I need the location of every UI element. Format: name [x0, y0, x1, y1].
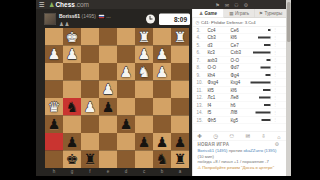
black-move[interactable]: Кf6	[231, 87, 237, 94]
square-e3[interactable]	[99, 63, 117, 81]
file-label-c: c	[135, 168, 153, 175]
square-d6[interactable]: ♟	[117, 116, 135, 134]
tab-label: Турниры	[264, 11, 282, 16]
screenshot-stage: ☰ ♟Chess.com ⚑✉⚇⚙ Boriss61 (1495)▪▪▪ ♟♟ …	[0, 0, 320, 180]
move-time-dots: ⋮⋮	[269, 57, 278, 64]
piece-wP-c2: ♟	[135, 46, 153, 64]
move-number: 11.	[197, 87, 203, 94]
player-name[interactable]: Boriss61 (1495)▪▪▪	[59, 14, 111, 20]
piece-bR-f8: ♜	[81, 151, 99, 169]
move-time-dots: ⋮⋮	[269, 64, 278, 71]
square-g2[interactable]: ♟	[63, 46, 81, 64]
square-h5[interactable]: ♛	[45, 98, 63, 116]
black-move[interactable]: Кxg4	[231, 79, 241, 86]
move-time-dots: ⋮⋮	[269, 27, 278, 34]
piece-bP-c7: ♟	[135, 133, 153, 151]
square-c5[interactable]	[135, 98, 153, 116]
white-move[interactable]: Лc1	[208, 94, 216, 101]
white-move[interactable]: Фh5	[208, 117, 216, 124]
tab-game[interactable]: ♟Game	[193, 9, 224, 18]
chat-toolbar: ✚◷⚇✉⇩⌂	[193, 132, 287, 141]
new-game-settings-icon[interactable]: ⚙	[275, 141, 279, 147]
white-move[interactable]: axb3	[208, 57, 218, 64]
square-f3[interactable]	[81, 63, 99, 81]
square-a4[interactable]	[171, 81, 189, 99]
flag-icon[interactable]: ⚑	[215, 2, 219, 8]
square-h3[interactable]	[45, 63, 63, 81]
square-d5[interactable]	[117, 98, 135, 116]
white-move[interactable]: O-O	[208, 64, 217, 71]
piece-bP-b7: ♟	[153, 133, 171, 151]
square-a8[interactable]: ♜	[171, 151, 189, 169]
white-move[interactable]: Фxg4	[208, 79, 219, 86]
board-icon: ▦	[229, 11, 233, 16]
move-number: 7.	[197, 57, 201, 64]
move-row-9[interactable]: 9.Кh4Фg4⋮⋮	[193, 72, 287, 80]
notice-text: Попробуйте режим "Доска в центре"	[202, 165, 274, 170]
square-g8[interactable]: ♚	[63, 151, 81, 169]
player-rating: (1495)	[82, 14, 96, 20]
piece-bK-g8: ♚	[63, 151, 81, 169]
players-icon[interactable]: ⚇	[229, 133, 234, 140]
move-row-10[interactable]: 10.Фxg4Кxg4⋮⋮	[193, 79, 287, 87]
home-icon[interactable]: ⌂	[277, 133, 280, 139]
square-e4[interactable]: ♟	[99, 81, 117, 99]
move-time-dots: ⋮⋮	[269, 79, 278, 86]
piece-wP-d3: ♟	[117, 63, 135, 81]
square-b6[interactable]	[153, 116, 171, 134]
file-label-f: f	[81, 168, 99, 175]
square-b8[interactable]: ♞	[153, 151, 171, 169]
move-number: 13.	[197, 102, 203, 109]
black-move[interactable]: Фg4	[231, 72, 239, 79]
file-label-e: e	[99, 168, 117, 175]
white-move[interactable]: Кc3	[208, 49, 215, 56]
piece-wP-h2: ♟	[45, 46, 63, 64]
piece-bN-g5: ♞	[63, 98, 81, 116]
logo-text: Chess	[55, 1, 75, 9]
square-g5[interactable]: ♞	[63, 98, 81, 116]
alerts-icon[interactable]: ⚇	[234, 2, 238, 8]
move-row-15[interactable]: 15.Фh5Кg5⋮⋮	[193, 117, 287, 125]
piece-bR-a8: ♜	[171, 151, 189, 169]
download-icon[interactable]: ⇩	[261, 133, 266, 140]
player-timer: 8:09	[159, 14, 190, 26]
square-e1[interactable]	[99, 28, 117, 46]
file-label-d: d	[117, 168, 135, 175]
rating-stakes: победа +8 / ничья +1 / поражение -7	[198, 159, 269, 164]
square-d2[interactable]	[117, 46, 135, 64]
clock-icon	[146, 15, 155, 24]
white-move[interactable]: f4	[208, 102, 212, 109]
black-move[interactable]: Сe7	[231, 42, 239, 49]
move-row-5[interactable]: 5.d3Сe7⋮⋮	[193, 42, 287, 50]
warning-icon: ⚠	[198, 165, 202, 170]
square-c1[interactable]: ♜	[135, 28, 153, 46]
tab-label: Играть	[235, 11, 249, 16]
piece-wR-c1: ♜	[135, 28, 153, 46]
tab-турниры[interactable]: ⚑Турниры	[255, 9, 286, 18]
move-row-3[interactable]: 3.Сc4Сe6⋮⋮	[193, 27, 287, 35]
square-f1[interactable]	[81, 28, 99, 46]
square-e2[interactable]	[99, 46, 117, 64]
tab-label: Game	[204, 11, 217, 16]
avatar[interactable]	[44, 13, 56, 25]
black-move[interactable]: Кf6	[231, 34, 237, 41]
square-c7[interactable]: ♟	[135, 133, 153, 151]
white-move[interactable]: Кh4	[208, 72, 216, 79]
captured-pieces-tray: ♟♟	[59, 21, 70, 28]
topbar-icon-group: ⚑✉⚇⚙	[215, 0, 248, 9]
square-g3[interactable]	[63, 63, 81, 81]
square-c6[interactable]	[135, 116, 153, 134]
opening-name: ◷C41: Philidor Defense: 3.Сc4	[193, 18, 287, 27]
piece-wP-b2: ♟	[153, 46, 171, 64]
black-move[interactable]: Лe8	[231, 94, 239, 101]
piece-bP-h6: ♟	[45, 116, 63, 134]
piece-bN-b8: ♞	[153, 151, 171, 169]
piece-bP-d6: ♟	[117, 116, 135, 134]
mail-icon[interactable]: ✉	[225, 2, 229, 8]
square-a3[interactable]	[171, 63, 189, 81]
square-f2[interactable]	[81, 46, 99, 64]
piece-wP-f5: ♟	[81, 98, 99, 116]
square-h7[interactable]	[45, 133, 63, 151]
square-g6[interactable]	[63, 116, 81, 134]
square-f7[interactable]	[81, 133, 99, 151]
move-time-dots: ⋮⋮	[269, 42, 278, 49]
square-f8[interactable]: ♜	[81, 151, 99, 169]
tournament-icon: ⚑	[259, 11, 263, 16]
square-e5[interactable]: ♟	[99, 98, 117, 116]
file-label-h: h	[45, 168, 63, 175]
piece-wP-e4: ♟	[99, 81, 117, 99]
square-c3[interactable]: ♞	[135, 63, 153, 81]
move-number: 9.	[197, 72, 201, 79]
board-area: Boriss61 (1495)▪▪▪ ♟♟ 8:09 ♚♜♜♟♟♟♟♟♞♟♟♛♞…	[36, 9, 192, 176]
settings-icon[interactable]: ⚙	[244, 2, 248, 8]
move-list: 3.Сc4Сe6⋮⋮4.Сb3Кf6⋮⋮5.d3Сe7⋮⋮6.Кc3Сxb3⋮⋮…	[193, 27, 287, 125]
square-a2[interactable]	[171, 46, 189, 64]
logo-suffix: .com	[75, 1, 89, 9]
logo-pawn-icon: ♟	[49, 1, 54, 8]
square-a6[interactable]	[171, 116, 189, 134]
square-h6[interactable]: ♟	[45, 116, 63, 134]
square-c8[interactable]	[135, 151, 153, 169]
square-b2[interactable]: ♟	[153, 46, 171, 64]
square-a1[interactable]: ♜	[171, 28, 189, 46]
move-time-dots: ⋮⋮	[269, 117, 278, 124]
square-d4[interactable]	[117, 81, 135, 99]
piece-wQ-h5: ♛	[45, 98, 63, 116]
square-g4[interactable]	[63, 81, 81, 99]
square-h2[interactable]: ♟	[45, 46, 63, 64]
black-move[interactable]: Сxb3	[231, 49, 242, 56]
connection-icon: ▪▪▪	[106, 15, 111, 18]
move-row-13[interactable]: 13.f4h6⋮⋮	[193, 102, 287, 110]
move-number: 14.	[197, 109, 203, 116]
tab-играть[interactable]: ▦Играть	[224, 9, 255, 18]
panel-tabs: ♟Game▦Играть⚑Турниры	[193, 9, 287, 18]
opening-clock-icon: ◷	[196, 20, 200, 25]
move-time-dots: ⋮⋮	[269, 49, 278, 56]
new-game-title: НОВАЯ ИГРА	[198, 142, 230, 147]
piece-bP-a7: ♟	[171, 133, 189, 151]
piece-bP-g7: ♟	[63, 133, 81, 151]
square-e8[interactable]	[99, 151, 117, 169]
move-time-dots: ⋮⋮	[269, 94, 278, 101]
square-h1[interactable]	[45, 28, 63, 46]
challenge-line: Boriss61 (1495) против okaZZurro (1395)	[198, 148, 284, 153]
square-c2[interactable]: ♟	[135, 46, 153, 64]
square-e7[interactable]	[99, 133, 117, 151]
square-f5[interactable]: ♟	[81, 98, 99, 116]
square-d8[interactable]	[117, 151, 135, 169]
square-d7[interactable]	[117, 133, 135, 151]
square-b1[interactable]	[153, 28, 171, 46]
scrollbar-thumb[interactable]	[287, 2, 291, 42]
clock-icon[interactable]: ◷	[213, 133, 218, 140]
black-move[interactable]: h6	[231, 102, 236, 109]
square-b5[interactable]	[153, 98, 171, 116]
square-d3[interactable]: ♟	[117, 63, 135, 81]
white-move[interactable]: f5	[208, 109, 212, 116]
top-bar: ☰ ♟Chess.com ⚑✉⚇⚙	[36, 0, 286, 9]
scrollbar[interactable]	[286, 0, 291, 176]
pawn-icon: ♟	[199, 11, 203, 16]
black-move[interactable]: O-O	[231, 57, 240, 64]
piece-wR-a1: ♜	[171, 28, 189, 46]
square-g1[interactable]: ♚	[63, 28, 81, 46]
move-number: 8.	[197, 64, 201, 71]
file-label-a: a	[171, 168, 189, 175]
move-time-dots: ⋮⋮	[269, 102, 278, 109]
move-number: 5.	[197, 42, 201, 49]
move-time-dots: ⋮⋮	[269, 72, 278, 79]
russia-flag-icon	[98, 14, 105, 19]
square-a5[interactable]	[171, 98, 189, 116]
white-move[interactable]: Сb3	[208, 34, 216, 41]
white-move[interactable]: Кf5	[208, 87, 214, 94]
square-b4[interactable]	[153, 81, 171, 99]
challenger-link[interactable]: Boriss61 (1495)	[198, 148, 228, 153]
square-h4[interactable]	[45, 81, 63, 99]
move-time-dots: ⋮⋮	[269, 109, 278, 116]
opponent-link[interactable]: okaZZurro (1395)	[243, 148, 276, 153]
opening-text: C41: Philidor Defense: 3.Сc4	[201, 20, 256, 25]
square-e6[interactable]	[99, 116, 117, 134]
move-row-8[interactable]: 8.O-OФd7⋮⋮	[193, 64, 287, 72]
move-row-11[interactable]: 11.Кf5Кf6⋮⋮	[193, 87, 287, 95]
file-label-g: g	[63, 168, 81, 175]
piece-bP-e5: ♟	[99, 98, 117, 116]
move-row-14[interactable]: 14.f5Лf8⋮⋮	[193, 109, 287, 117]
move-number: 10.	[197, 79, 203, 86]
vs-label: против	[229, 148, 243, 153]
chess-board: ♚♜♜♟♟♟♟♟♞♟♟♛♞♟♟♟♟♟♟♟♟♚♜♞♜	[45, 28, 189, 168]
move-number: 15.	[197, 117, 203, 124]
piece-wK-g1: ♚	[63, 28, 81, 46]
move-row-4[interactable]: 4.Сb3Кf6⋮⋮	[193, 34, 287, 42]
file-label-b: b	[153, 168, 171, 175]
black-move[interactable]: Кg5	[231, 117, 239, 124]
side-panel: ♟Game▦Играть⚑Турниры ◷C41: Philidor Defe…	[192, 9, 286, 176]
move-number: 12.	[197, 94, 203, 101]
square-b3[interactable]: ♟	[153, 63, 171, 81]
move-time-dots: ⋮⋮	[269, 87, 278, 94]
new-challenge-icon[interactable]: ✚	[198, 133, 203, 140]
eval-bar	[251, 82, 271, 84]
square-f6[interactable]	[81, 116, 99, 134]
message-icon[interactable]: ✉	[246, 133, 251, 140]
square-d1[interactable]	[117, 28, 135, 46]
menu-icon[interactable]: ☰	[39, 0, 45, 9]
square-f4[interactable]	[81, 81, 99, 99]
move-row-6[interactable]: 6.Кc3Сxb3⋮⋮	[193, 49, 287, 57]
move-number: 4.	[197, 34, 201, 41]
move-number: 6.	[197, 49, 201, 56]
piece-wN-c3: ♞	[135, 63, 153, 81]
file-labels: hgfedcba	[45, 168, 189, 175]
square-b7[interactable]: ♟	[153, 133, 171, 151]
move-row-12[interactable]: 12.Лc1Лe8⋮⋮	[193, 94, 287, 102]
black-move[interactable]: Фd7	[231, 64, 239, 71]
black-move[interactable]: Сe6	[231, 27, 239, 34]
move-time-dots: ⋮⋮	[269, 34, 278, 41]
move-number: 3.	[197, 27, 201, 34]
square-g7[interactable]: ♟	[63, 133, 81, 151]
player-username: Boriss61	[59, 14, 80, 20]
white-move[interactable]: d3	[208, 42, 213, 49]
piece-wP-b3: ♟	[153, 63, 171, 81]
notice-line[interactable]: ⚠Попробуйте режим "Доска в центре"	[198, 165, 284, 170]
square-h8[interactable]	[45, 151, 63, 169]
piece-wP-g2: ♟	[63, 46, 81, 64]
white-move[interactable]: Сc4	[208, 27, 216, 34]
square-c4[interactable]	[135, 81, 153, 99]
black-move[interactable]: Лf8	[231, 109, 238, 116]
chesscom-logo[interactable]: ♟Chess.com	[49, 0, 89, 9]
move-row-7[interactable]: 7.axb3O-O⋮⋮	[193, 57, 287, 65]
square-a7[interactable]: ♟	[171, 133, 189, 151]
